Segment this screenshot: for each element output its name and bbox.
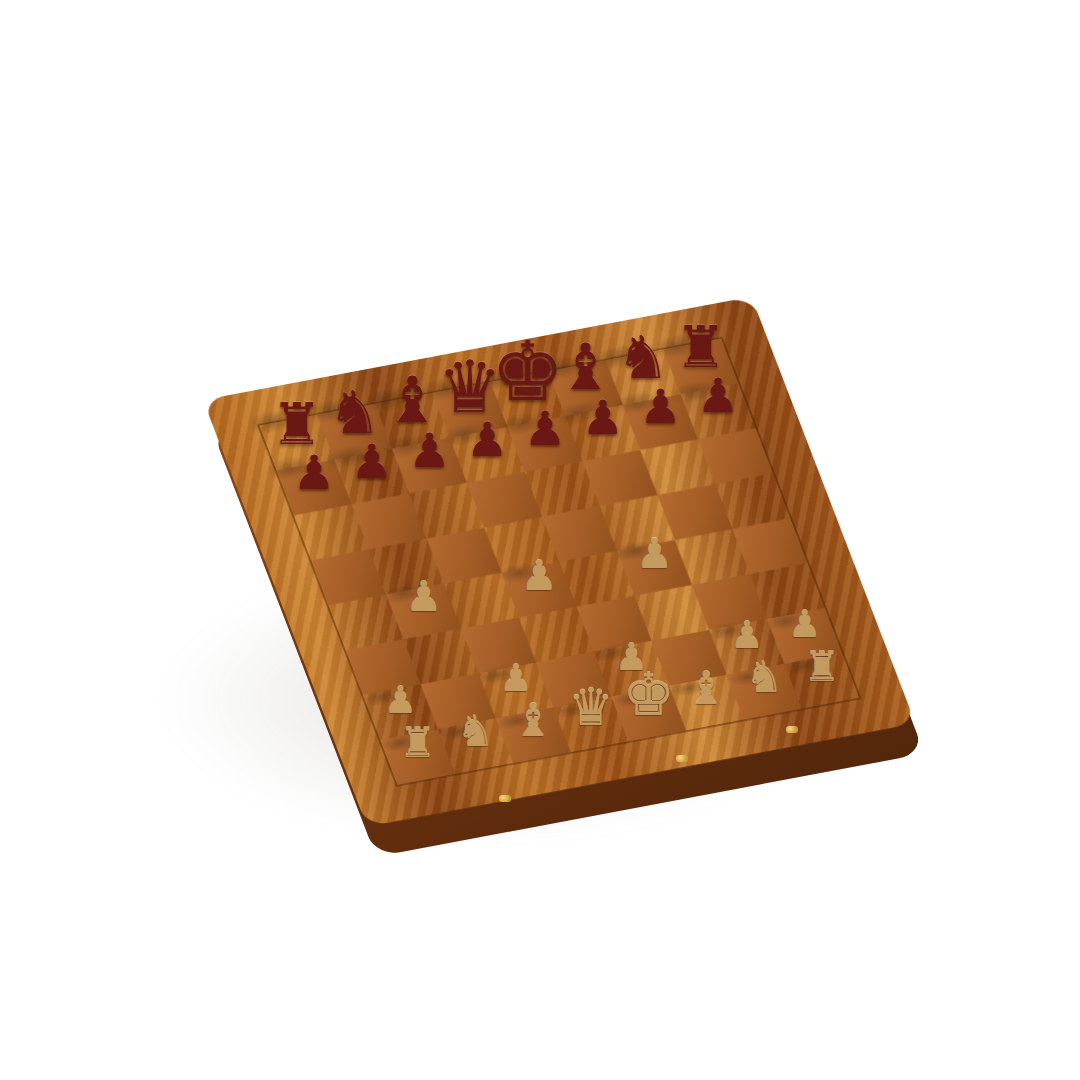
piece-tan-bishop-f1: ♝ [686,666,727,711]
brass-hinge-2 [676,755,688,762]
piece-tan-knight-b1: ♞ [456,712,494,754]
piece-tan-knight-g1: ♞ [745,657,783,699]
brass-hinge-3 [786,726,798,733]
piece-tan-pawn-f4: ♟ [636,534,673,575]
product-photo-stage: ♜♞♝♛♚♝♞♜♟♟♟♟♟♟♟♟♟♟♟♟♟♟♟♟♜♞♝♛♚♝♞♜ [0,0,1080,1080]
piece-tan-rook-h1: ♜ [803,647,840,688]
piece-red-pawn-h7: ♟ [697,372,740,419]
piece-tan-bishop-c1: ♝ [513,698,554,743]
piece-tan-pawn-d4: ♟ [521,556,558,597]
piece-tan-rook-a1: ♜ [399,724,436,765]
piece-tan-pawn-b4: ♟ [405,578,442,619]
piece-tan-queen-d1: ♛ [568,682,614,733]
piece-tan-pawn-h2: ♟ [788,606,821,643]
piece-tan-king-e1: ♚ [622,666,674,724]
brass-hinge-1 [499,795,511,802]
piece-tan-pawn-g2: ♟ [730,616,763,653]
piece-tan-pawn-a2: ♟ [384,682,417,719]
piece-tan-pawn-c2: ♟ [499,660,532,697]
piece-layer: ♜♞♝♛♚♝♞♜♟♟♟♟♟♟♟♟♟♟♟♟♟♟♟♟♜♞♝♛♚♝♞♜ [0,0,1080,1080]
